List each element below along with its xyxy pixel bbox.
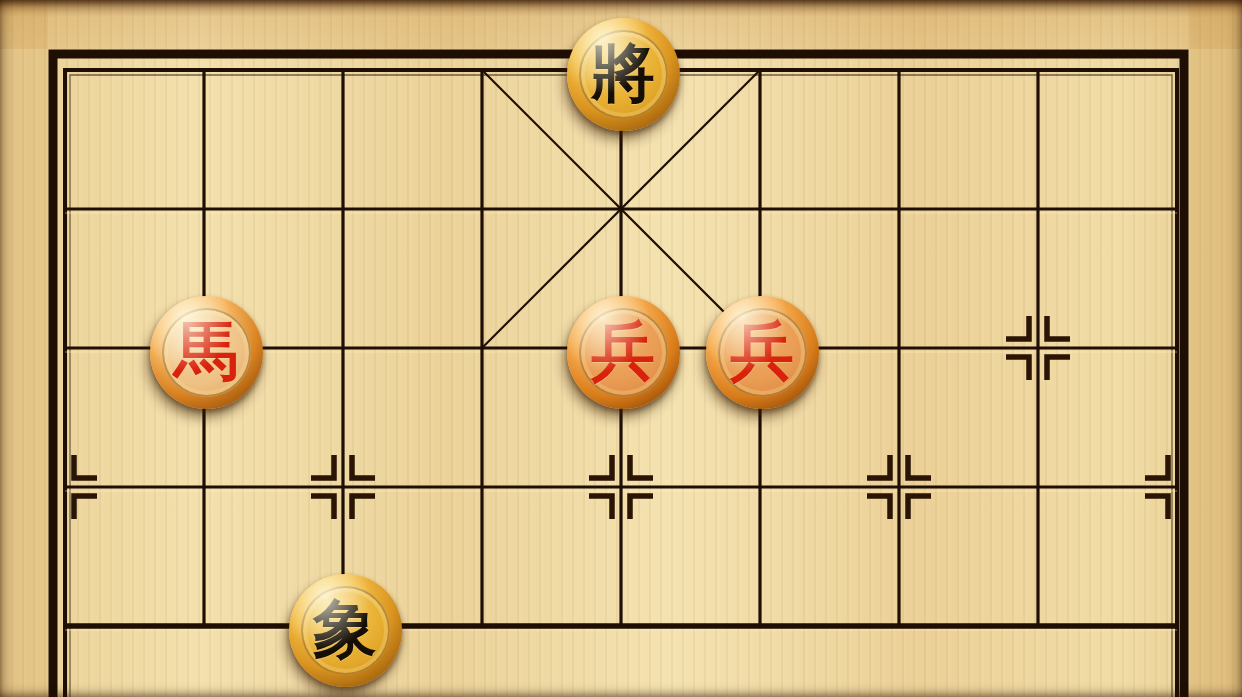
piece-face: 象	[301, 586, 390, 675]
piece-red-soldier-1[interactable]: 兵	[567, 296, 680, 409]
xiangqi-board[interactable]: 將馬兵兵象	[0, 1, 1242, 696]
piece-face: 將	[579, 30, 668, 119]
piece-glyph-soldier: 兵	[591, 319, 655, 383]
piece-face: 兵	[718, 308, 807, 397]
piece-red-horse[interactable]: 馬	[150, 296, 263, 409]
piece-face: 馬	[162, 308, 251, 397]
piece-black-general[interactable]: 將	[567, 18, 680, 131]
piece-face: 兵	[579, 308, 668, 397]
xiangqi-game-screen: 將馬兵兵象	[0, 0, 1242, 697]
piece-glyph-soldier: 兵	[730, 319, 794, 383]
piece-glyph-general: 將	[591, 41, 655, 105]
piece-glyph-elephant: 象	[313, 597, 377, 661]
piece-glyph-horse: 馬	[174, 319, 238, 383]
piece-red-soldier-2[interactable]: 兵	[706, 296, 819, 409]
piece-black-elephant[interactable]: 象	[289, 574, 402, 687]
